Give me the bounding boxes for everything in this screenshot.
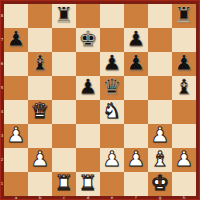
square-b5[interactable] xyxy=(28,76,52,100)
black-pawn[interactable]: ♟ xyxy=(4,28,28,52)
white-pawn[interactable]: ♟ xyxy=(4,124,28,148)
rank-label-3: 3 xyxy=(0,134,4,138)
square-h6[interactable]: ♟ xyxy=(172,52,196,76)
square-a3[interactable]: ♟ xyxy=(4,124,28,148)
white-pawn[interactable]: ♟ xyxy=(100,148,124,172)
file-label-d: d xyxy=(76,196,100,200)
rank-label-5: 5 xyxy=(0,86,4,90)
square-a5[interactable] xyxy=(4,76,28,100)
square-h1[interactable] xyxy=(172,172,196,196)
black-pawn[interactable]: ♟ xyxy=(124,28,148,52)
square-e1[interactable] xyxy=(100,172,124,196)
black-pawn[interactable]: ♟ xyxy=(100,52,124,76)
rank-label-1: 1 xyxy=(0,182,4,186)
file-label-f: f xyxy=(124,196,148,200)
chess-board: ♜♜♟♚♟♝♟♟♟♟♛♝♛♞♟♟♟♟♟♝♟♜♜♚ 87654321abcdefg… xyxy=(0,0,200,200)
square-c7[interactable] xyxy=(52,28,76,52)
square-g4[interactable] xyxy=(148,100,172,124)
square-h7[interactable] xyxy=(172,28,196,52)
rank-label-2: 2 xyxy=(0,158,4,162)
square-f2[interactable]: ♟ xyxy=(124,148,148,172)
black-bishop[interactable]: ♝ xyxy=(172,76,196,100)
square-a2[interactable] xyxy=(4,148,28,172)
square-a4[interactable] xyxy=(4,100,28,124)
white-pawn[interactable]: ♟ xyxy=(172,148,196,172)
black-rook[interactable]: ♜ xyxy=(172,4,196,28)
square-d5[interactable]: ♟ xyxy=(76,76,100,100)
file-label-b: b xyxy=(28,196,52,200)
black-king[interactable]: ♚ xyxy=(76,28,100,52)
square-c1[interactable]: ♜ xyxy=(52,172,76,196)
square-g6[interactable] xyxy=(148,52,172,76)
square-f1[interactable] xyxy=(124,172,148,196)
square-e8[interactable] xyxy=(100,4,124,28)
black-bishop[interactable]: ♝ xyxy=(28,52,52,76)
rank-label-8: 8 xyxy=(0,14,4,18)
square-a7[interactable]: ♟ xyxy=(4,28,28,52)
square-d6[interactable] xyxy=(76,52,100,76)
square-d2[interactable] xyxy=(76,148,100,172)
square-c8[interactable]: ♜ xyxy=(52,4,76,28)
square-g8[interactable] xyxy=(148,4,172,28)
square-h2[interactable]: ♟ xyxy=(172,148,196,172)
square-c5[interactable] xyxy=(52,76,76,100)
square-g2[interactable]: ♝ xyxy=(148,148,172,172)
square-d7[interactable]: ♚ xyxy=(76,28,100,52)
square-g1[interactable]: ♚ xyxy=(148,172,172,196)
square-b3[interactable] xyxy=(28,124,52,148)
white-pawn[interactable]: ♟ xyxy=(28,148,52,172)
white-bishop[interactable]: ♝ xyxy=(148,148,172,172)
square-c6[interactable] xyxy=(52,52,76,76)
file-label-g: g xyxy=(148,196,172,200)
black-pawn[interactable]: ♟ xyxy=(124,52,148,76)
square-f7[interactable]: ♟ xyxy=(124,28,148,52)
white-queen[interactable]: ♛ xyxy=(28,100,52,124)
square-a8[interactable] xyxy=(4,4,28,28)
square-d8[interactable] xyxy=(76,4,100,28)
black-pawn[interactable]: ♟ xyxy=(172,52,196,76)
square-h4[interactable] xyxy=(172,100,196,124)
square-b4[interactable]: ♛ xyxy=(28,100,52,124)
square-b7[interactable] xyxy=(28,28,52,52)
square-c4[interactable] xyxy=(52,100,76,124)
square-c2[interactable] xyxy=(52,148,76,172)
square-d3[interactable] xyxy=(76,124,100,148)
file-label-c: c xyxy=(52,196,76,200)
square-e6[interactable]: ♟ xyxy=(100,52,124,76)
square-f8[interactable] xyxy=(124,4,148,28)
rank-label-6: 6 xyxy=(0,62,4,66)
square-f4[interactable] xyxy=(124,100,148,124)
square-h8[interactable]: ♜ xyxy=(172,4,196,28)
white-rook[interactable]: ♜ xyxy=(76,172,100,196)
square-g3[interactable]: ♟ xyxy=(148,124,172,148)
file-label-a: a xyxy=(4,196,28,200)
white-pawn[interactable]: ♟ xyxy=(148,124,172,148)
file-label-e: e xyxy=(100,196,124,200)
square-a1[interactable] xyxy=(4,172,28,196)
square-e4[interactable]: ♞ xyxy=(100,100,124,124)
square-f5[interactable] xyxy=(124,76,148,100)
square-h3[interactable] xyxy=(172,124,196,148)
white-rook[interactable]: ♜ xyxy=(52,172,76,196)
file-label-h: h xyxy=(172,196,196,200)
square-e7[interactable] xyxy=(100,28,124,52)
rank-label-4: 4 xyxy=(0,110,4,114)
board-grid: ♜♜♟♚♟♝♟♟♟♟♛♝♛♞♟♟♟♟♟♝♟♜♜♚ xyxy=(4,4,196,196)
square-e5[interactable]: ♛ xyxy=(100,76,124,100)
white-pawn[interactable]: ♟ xyxy=(124,148,148,172)
square-b6[interactable]: ♝ xyxy=(28,52,52,76)
white-knight[interactable]: ♞ xyxy=(100,100,124,124)
square-e3[interactable] xyxy=(100,124,124,148)
square-b1[interactable] xyxy=(28,172,52,196)
square-h5[interactable]: ♝ xyxy=(172,76,196,100)
rank-label-7: 7 xyxy=(0,38,4,42)
square-g7[interactable] xyxy=(148,28,172,52)
black-rook[interactable]: ♜ xyxy=(52,4,76,28)
black-queen[interactable]: ♛ xyxy=(100,76,124,100)
black-pawn[interactable]: ♟ xyxy=(76,76,100,100)
square-e2[interactable]: ♟ xyxy=(100,148,124,172)
square-a6[interactable] xyxy=(4,52,28,76)
square-d4[interactable] xyxy=(76,100,100,124)
square-g5[interactable] xyxy=(148,76,172,100)
square-f3[interactable] xyxy=(124,124,148,148)
square-b2[interactable]: ♟ xyxy=(28,148,52,172)
square-b8[interactable] xyxy=(28,4,52,28)
square-c3[interactable] xyxy=(52,124,76,148)
square-d1[interactable]: ♜ xyxy=(76,172,100,196)
white-king[interactable]: ♚ xyxy=(148,172,172,196)
square-f6[interactable]: ♟ xyxy=(124,52,148,76)
